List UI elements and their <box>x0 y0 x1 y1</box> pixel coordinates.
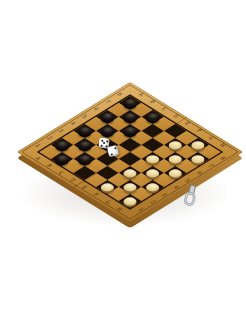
die-pip <box>110 153 112 155</box>
die-pip <box>106 140 108 142</box>
die-pip <box>103 142 105 144</box>
die-pip <box>114 147 116 149</box>
product-photo: ABCDEFGH ABCDEFGH 87654321 87654321 ⛂⛂⛀⛂… <box>0 0 246 328</box>
die-pip <box>100 144 102 146</box>
